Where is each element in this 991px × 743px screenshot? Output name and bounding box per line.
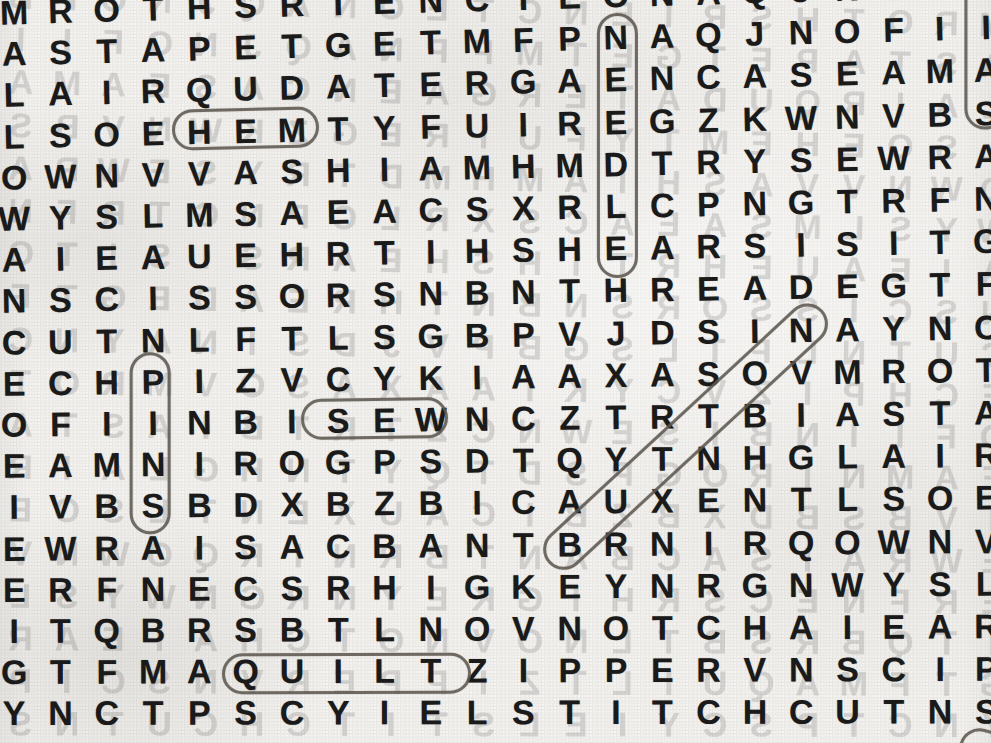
circled-word-hem xyxy=(172,106,320,150)
circled-word-bias xyxy=(964,0,991,129)
circled-word-pins xyxy=(130,352,171,534)
circled-word-sew xyxy=(301,397,448,440)
circled-word-button xyxy=(535,295,837,579)
circled-word-needle xyxy=(597,13,638,278)
circled-word-quilt xyxy=(222,653,471,695)
circled-words-layer xyxy=(0,0,991,743)
circled-word-partial xyxy=(954,724,991,743)
word-search-fabric-photo: MROTHSRIENCTEONAQJNOFBASTAPETGETMFPNAQJN… xyxy=(0,0,991,743)
